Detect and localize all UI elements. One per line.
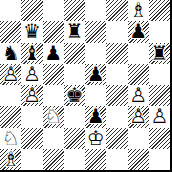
square-b2[interactable] (21, 128, 42, 149)
piece-black-pawn-e3[interactable]: ♟♟ (85, 106, 106, 127)
piece-black-queen-b7[interactable]: ♛♛ (21, 21, 42, 42)
piece-glyph: ♙ (149, 106, 170, 127)
piece-white-pawn-b4[interactable]: ♟♙ (21, 85, 42, 106)
piece-black-rook-d7[interactable]: ♜♜ (64, 21, 85, 42)
square-f5[interactable] (106, 64, 127, 85)
piece-glyph: ♜ (149, 43, 170, 64)
square-h8[interactable] (149, 0, 170, 21)
piece-glyph: ♔ (85, 128, 106, 149)
square-c3[interactable]: ♞♘ (43, 106, 64, 127)
piece-black-knight-a6[interactable]: ♞♞ (0, 43, 21, 64)
piece-white-king-e2[interactable]: ♚♔ (85, 128, 106, 149)
piece-glyph: ♘ (43, 106, 64, 127)
square-d6[interactable] (64, 43, 85, 64)
square-b1[interactable] (21, 149, 42, 170)
square-f4[interactable] (106, 85, 127, 106)
square-c7[interactable] (43, 21, 64, 42)
square-b7[interactable]: ♛♛ (21, 21, 42, 42)
piece-black-rook-h6[interactable]: ♜♜ (149, 43, 170, 64)
square-e5[interactable]: ♟♟ (85, 64, 106, 85)
square-e7[interactable] (85, 21, 106, 42)
square-d2[interactable] (64, 128, 85, 149)
square-e6[interactable] (85, 43, 106, 64)
square-a1[interactable]: ♝♗ (0, 149, 21, 170)
square-h5[interactable] (149, 64, 170, 85)
piece-white-pawn-b5[interactable]: ♟♙ (21, 64, 42, 85)
square-g5[interactable] (128, 64, 149, 85)
square-e3[interactable]: ♟♟ (85, 106, 106, 127)
piece-glyph: ♙ (128, 85, 149, 106)
square-a4[interactable] (0, 85, 21, 106)
piece-glyph: ♗ (128, 0, 149, 21)
square-g7[interactable]: ♟♟ (128, 21, 149, 42)
square-g1[interactable] (128, 149, 149, 170)
piece-glyph: ♘ (0, 128, 21, 149)
piece-white-knight-c3[interactable]: ♞♘ (43, 106, 64, 127)
piece-white-pawn-h3[interactable]: ♟♙ (149, 106, 170, 127)
piece-white-knight-a2[interactable]: ♞♘ (0, 128, 21, 149)
square-h2[interactable] (149, 128, 170, 149)
square-e2[interactable]: ♚♔ (85, 128, 106, 149)
square-c4[interactable] (43, 85, 64, 106)
square-b8[interactable] (21, 0, 42, 21)
square-b5[interactable]: ♟♙ (21, 64, 42, 85)
piece-glyph: ♙ (128, 106, 149, 127)
square-b4[interactable]: ♟♙ (21, 85, 42, 106)
piece-glyph: ♟ (85, 106, 106, 127)
piece-white-pawn-g3[interactable]: ♟♙ (128, 106, 149, 127)
piece-black-pawn-e5[interactable]: ♟♟ (85, 64, 106, 85)
piece-glyph: ♙ (0, 64, 21, 85)
square-h6[interactable]: ♜♜ (149, 43, 170, 64)
square-e1[interactable] (85, 149, 106, 170)
piece-black-bishop-b6[interactable]: ♝♝ (21, 43, 42, 64)
square-a5[interactable]: ♟♙ (0, 64, 21, 85)
piece-glyph: ♝ (21, 43, 42, 64)
square-d5[interactable] (64, 64, 85, 85)
piece-glyph: ♜ (64, 21, 85, 42)
piece-glyph: ♗ (0, 149, 21, 170)
square-g2[interactable] (128, 128, 149, 149)
square-a8[interactable] (0, 0, 21, 21)
square-f7[interactable] (106, 21, 127, 42)
square-f8[interactable] (106, 0, 127, 21)
square-f1[interactable] (106, 149, 127, 170)
square-f3[interactable] (106, 106, 127, 127)
square-b3[interactable] (21, 106, 42, 127)
chess-board: ♝♗♛♛♜♜♟♟♞♞♝♝♟♟♜♜♟♙♟♙♟♟♟♙♚♚♟♙♞♘♟♟♟♙♟♙♞♘♚♔… (0, 0, 172, 172)
square-g3[interactable]: ♟♙ (128, 106, 149, 127)
piece-glyph: ♟ (43, 43, 64, 64)
piece-glyph: ♟ (85, 64, 106, 85)
piece-white-pawn-a5[interactable]: ♟♙ (0, 64, 21, 85)
square-d1[interactable] (64, 149, 85, 170)
piece-black-king-d4[interactable]: ♚♚ (64, 85, 85, 106)
piece-white-bishop-g8[interactable]: ♝♗ (128, 0, 149, 21)
piece-glyph: ♟ (128, 21, 149, 42)
piece-glyph: ♙ (21, 64, 42, 85)
square-h3[interactable]: ♟♙ (149, 106, 170, 127)
square-g4[interactable]: ♟♙ (128, 85, 149, 106)
piece-white-bishop-a1[interactable]: ♝♗ (0, 149, 21, 170)
square-a3[interactable] (0, 106, 21, 127)
square-g8[interactable]: ♝♗ (128, 0, 149, 21)
piece-black-pawn-c6[interactable]: ♟♟ (43, 43, 64, 64)
square-c1[interactable] (43, 149, 64, 170)
square-f6[interactable] (106, 43, 127, 64)
piece-black-pawn-g7[interactable]: ♟♟ (128, 21, 149, 42)
square-c6[interactable]: ♟♟ (43, 43, 64, 64)
square-c5[interactable] (43, 64, 64, 85)
square-a2[interactable]: ♞♘ (0, 128, 21, 149)
square-d3[interactable] (64, 106, 85, 127)
square-a7[interactable] (0, 21, 21, 42)
square-h7[interactable] (149, 21, 170, 42)
square-d8[interactable] (64, 0, 85, 21)
piece-glyph: ♚ (64, 85, 85, 106)
square-f2[interactable] (106, 128, 127, 149)
square-e4[interactable] (85, 85, 106, 106)
square-b6[interactable]: ♝♝ (21, 43, 42, 64)
piece-glyph: ♞ (0, 43, 21, 64)
square-c8[interactable] (43, 0, 64, 21)
square-g6[interactable] (128, 43, 149, 64)
piece-glyph: ♙ (21, 85, 42, 106)
square-d7[interactable]: ♜♜ (64, 21, 85, 42)
piece-glyph: ♛ (21, 21, 42, 42)
square-a6[interactable]: ♞♞ (0, 43, 21, 64)
square-e8[interactable] (85, 0, 106, 21)
piece-white-pawn-g4[interactable]: ♟♙ (128, 85, 149, 106)
square-c2[interactable] (43, 128, 64, 149)
square-h1[interactable] (149, 149, 170, 170)
square-d4[interactable]: ♚♚ (64, 85, 85, 106)
square-h4[interactable] (149, 85, 170, 106)
